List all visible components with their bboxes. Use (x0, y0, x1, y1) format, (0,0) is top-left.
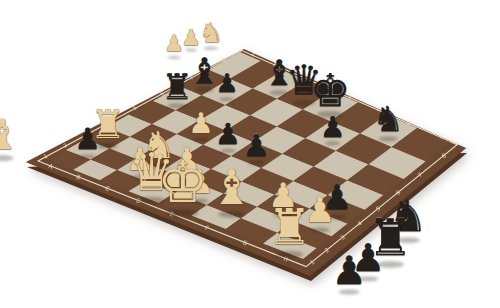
black-rook-icon: ♜ (161, 69, 193, 104)
piece-bR-a6[interactable]: ♜ (161, 69, 193, 104)
black-pawn-icon: ♟ (74, 125, 101, 155)
black-knight-icon: ♞ (373, 102, 404, 137)
piece-bP-e5[interactable]: ♟ (243, 130, 270, 160)
piece-wK-e1[interactable]: ♚ (157, 154, 208, 211)
white-king-icon: ♚ (157, 154, 208, 211)
piece-wR-h1[interactable]: ♜ (267, 203, 311, 252)
black-pawn-icon: ♟ (215, 120, 241, 149)
white-bishop-icon: ♝ (210, 165, 253, 213)
piece-bP-captured-bottom-right[interactable]: ♟ (331, 251, 366, 290)
black-pawn-icon: ♟ (215, 72, 238, 98)
piece-wN-captured-top-left[interactable]: ♞ (199, 19, 223, 46)
white-pawn-icon: ♟ (188, 109, 213, 137)
piece-wB-f2[interactable]: ♝ (210, 165, 253, 213)
black-king-icon: ♚ (310, 67, 351, 112)
black-pawn-icon: ♟ (243, 130, 270, 160)
white-rook-icon: ♜ (267, 203, 311, 252)
piece-bP-d5[interactable]: ♟ (215, 120, 241, 149)
white-knight-icon: ♞ (199, 19, 223, 46)
piece-bP-b7[interactable]: ♟ (215, 72, 238, 98)
white-bishop-icon: ♝ (0, 114, 21, 156)
piece-bK-e8[interactable]: ♚ (310, 67, 351, 112)
white-pawn-icon: ♟ (164, 33, 184, 56)
piece-bN-g8[interactable]: ♞ (373, 102, 404, 137)
piece-wP-captured-top-left[interactable]: ♟ (164, 33, 184, 56)
piece-wB-left-edge-cropped[interactable]: ♝ (0, 114, 21, 156)
black-pawn-icon: ♟ (331, 251, 366, 290)
piece-bP-a2[interactable]: ♟ (74, 125, 101, 155)
piece-bP-f7[interactable]: ♟ (320, 113, 346, 142)
black-pawn-icon: ♟ (320, 113, 346, 142)
piece-wP-c5[interactable]: ♟ (188, 109, 213, 137)
photo-stage: AA11BB22CC33DD44EE55FF66GG77HH88 ♚♛♜♜♝♞♟… (0, 0, 500, 308)
